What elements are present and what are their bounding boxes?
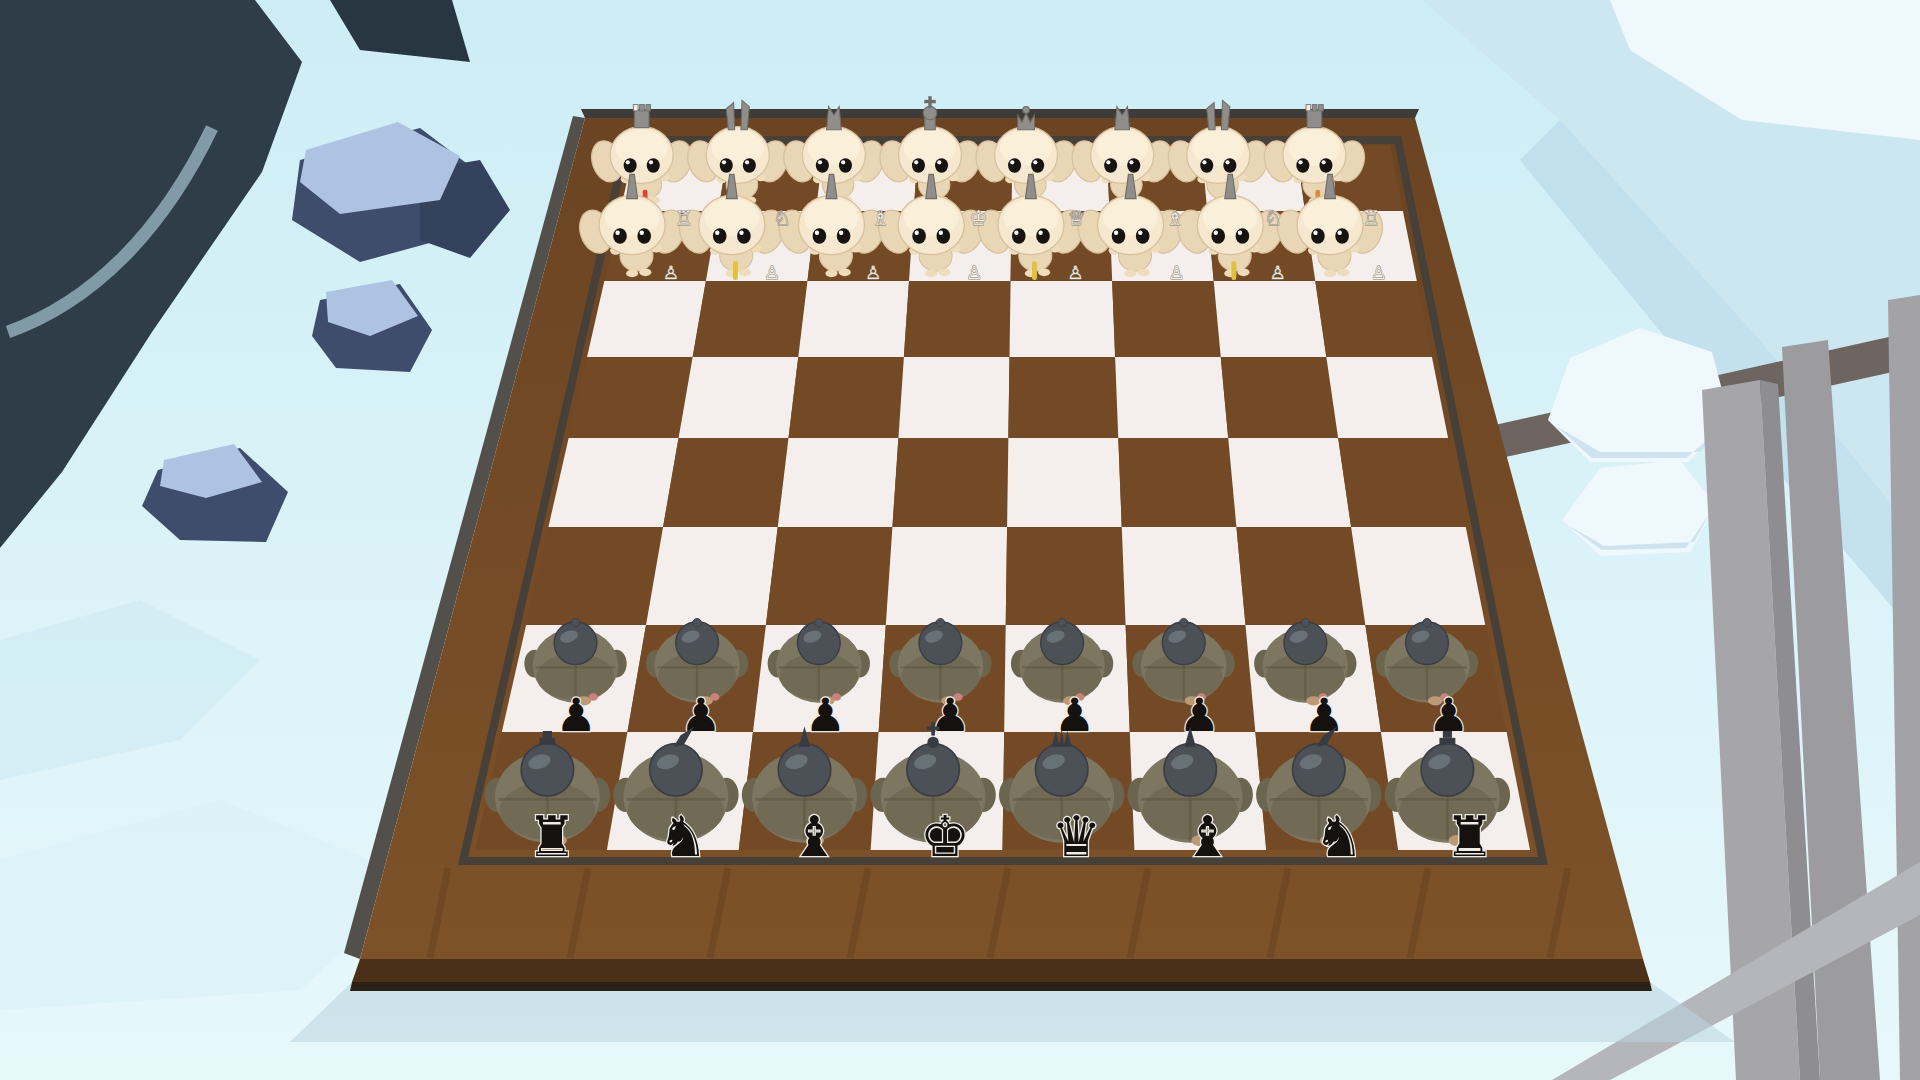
glyph-black-pawn-d7: ♟ [1054,688,1095,742]
square-c6[interactable] [1122,527,1246,625]
square-c4[interactable] [1115,357,1228,438]
square-g5[interactable] [663,438,788,527]
glyph-white-pawn-d2: ♙ [1067,262,1083,283]
square-e4[interactable] [898,357,1009,438]
glyph-black-pawn-h7: ♟ [556,688,597,742]
square-a4[interactable] [1326,357,1448,438]
square-b4[interactable] [1221,357,1338,438]
square-e6[interactable] [886,527,1007,625]
glyph-white-pawn-a2: ♙ [1371,262,1387,283]
square-h3[interactable] [587,281,706,357]
glyph-black-knight-g8: ♞ [658,804,708,869]
scene-svg: ♖ ♘ ♗ ♔ ♕ ♗ ♘ ♖ ♙ ♙ ♙ ♙ ♙ ♙ ♙ ♙ [0,0,1920,1080]
square-b3[interactable] [1214,281,1327,357]
glyph-black-rook-a8: ♜ [1445,804,1495,869]
glyph-white-rook-a1: ♖ [1362,206,1380,230]
glyph-black-bishop-f8: ♝ [789,804,839,869]
glyph-black-pawn-e7: ♟ [929,688,970,742]
square-b6[interactable] [1236,527,1365,625]
square-d3[interactable] [1010,281,1116,357]
square-f4[interactable] [788,357,903,438]
game-viewport: ♖ ♘ ♗ ♔ ♕ ♗ ♘ ♖ ♙ ♙ ♙ ♙ ♙ ♙ ♙ ♙ [0,0,1920,1080]
glyph-white-king-e1: ♔ [969,206,987,230]
square-h6[interactable] [526,527,663,625]
glyph-white-pawn-f2: ♙ [865,262,881,283]
scarf-accent [733,261,738,280]
square-h5[interactable] [548,438,678,527]
board-top-rim [581,109,1419,118]
glyph-black-pawn-f7: ♟ [805,688,846,742]
glyph-black-queen-d8: ♛ [1051,804,1101,869]
glyph-black-king-e8: ♚ [920,804,970,869]
square-e3[interactable] [904,281,1011,357]
square-g6[interactable] [646,527,778,625]
square-a5[interactable] [1338,438,1466,527]
glyph-white-pawn-e2: ♙ [966,262,982,283]
glyph-black-pawn-c7: ♟ [1179,688,1220,742]
square-a3[interactable] [1315,281,1432,357]
board-front-edge [350,982,1652,991]
glyph-white-pawn-b2: ♙ [1269,262,1285,283]
glyph-black-bishop-c8: ♝ [1182,804,1232,869]
glyph-white-knight-b1: ♘ [1264,206,1282,230]
square-a6[interactable] [1351,527,1485,625]
glyph-white-rook-h1: ♖ [675,206,693,230]
glyph-white-bishop-c1: ♗ [1166,206,1184,230]
scarf-accent [1032,261,1037,280]
glyph-white-pawn-c2: ♙ [1168,262,1184,283]
square-g4[interactable] [679,357,799,438]
glyph-black-pawn-b7: ♟ [1303,688,1344,742]
square-f5[interactable] [778,438,899,527]
square-c5[interactable] [1118,438,1236,527]
glyph-white-knight-g1: ♘ [773,206,791,230]
square-e5[interactable] [892,438,1008,527]
square-b5[interactable] [1228,438,1351,527]
square-g3[interactable] [693,281,808,357]
glyph-black-knight-b8: ♞ [1313,804,1363,869]
glyph-white-pawn-g2: ♙ [764,262,780,283]
square-d4[interactable] [1008,357,1118,438]
board-front-face [352,959,1650,982]
scarf-accent [1231,261,1236,280]
glyph-white-queen-d1: ♕ [1068,206,1086,230]
square-d5[interactable] [1007,438,1122,527]
glyph-white-pawn-h2: ♙ [663,262,679,283]
square-f3[interactable] [798,281,909,357]
glyph-white-bishop-f1: ♗ [871,206,889,230]
square-f6[interactable] [766,527,893,625]
square-c3[interactable] [1112,281,1221,357]
glyph-black-rook-h8: ♜ [527,804,577,869]
square-d6[interactable] [1006,527,1126,625]
square-h4[interactable] [569,357,693,438]
